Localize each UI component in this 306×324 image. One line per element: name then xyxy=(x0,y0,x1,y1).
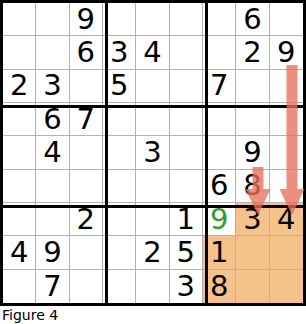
cell-r5c5: 3 xyxy=(136,136,169,169)
cell-r8c8 xyxy=(236,236,269,269)
cell-r4c9 xyxy=(270,103,303,136)
cell-r3c3 xyxy=(70,70,103,103)
cell-r1c2 xyxy=(36,3,69,36)
box-divider-horizontal-1 xyxy=(3,105,303,108)
cell-r6c9 xyxy=(270,170,303,203)
cell-r2c6 xyxy=(170,36,203,69)
cell-r7c1 xyxy=(3,203,36,236)
cell-r7c3: 2 xyxy=(70,203,103,236)
cell-r1c8: 6 xyxy=(236,3,269,36)
cell-r9c8 xyxy=(236,270,269,303)
cell-r3c8 xyxy=(236,70,269,103)
cell-r4c5 xyxy=(136,103,169,136)
cell-r8c9 xyxy=(270,236,303,269)
cell-r4c6 xyxy=(170,103,203,136)
cell-r5c4 xyxy=(103,136,136,169)
cell-r3c6 xyxy=(170,70,203,103)
figure-caption: Figure 4 xyxy=(2,306,58,324)
cell-r9c5 xyxy=(136,270,169,303)
cell-r3c9 xyxy=(270,70,303,103)
cell-r5c8: 9 xyxy=(236,136,269,169)
cell-r1c4 xyxy=(103,3,136,36)
cell-r6c6 xyxy=(170,170,203,203)
cell-r6c2 xyxy=(36,170,69,203)
cell-r2c5: 4 xyxy=(136,36,169,69)
cell-r1c5 xyxy=(136,3,169,36)
cell-r3c4: 5 xyxy=(103,70,136,103)
cell-r6c5 xyxy=(136,170,169,203)
cell-r2c7 xyxy=(203,36,236,69)
box-divider-vertical-2 xyxy=(205,3,208,303)
cell-r7c2 xyxy=(36,203,69,236)
cell-r1c7 xyxy=(203,3,236,36)
cell-r2c9: 9 xyxy=(270,36,303,69)
cell-r1c1 xyxy=(3,3,36,36)
cell-r1c3: 9 xyxy=(70,3,103,36)
cell-r3c5 xyxy=(136,70,169,103)
cell-r9c6: 3 xyxy=(170,270,203,303)
cell-r6c1 xyxy=(3,170,36,203)
cell-r5c1 xyxy=(3,136,36,169)
cell-r4c3: 7 xyxy=(70,103,103,136)
cell-r2c3: 6 xyxy=(70,36,103,69)
cell-r8c7: 1 xyxy=(203,236,236,269)
cell-r8c2: 9 xyxy=(36,236,69,269)
cell-r7c5 xyxy=(136,203,169,236)
cell-r9c1 xyxy=(3,270,36,303)
cell-r6c4 xyxy=(103,170,136,203)
cell-r3c2: 3 xyxy=(36,70,69,103)
cell-r4c8 xyxy=(236,103,269,136)
sudoku-board: 9663429235767439682193449251738 xyxy=(0,0,306,306)
cell-r9c2: 7 xyxy=(36,270,69,303)
cell-r4c1 xyxy=(3,103,36,136)
cell-r8c3 xyxy=(70,236,103,269)
cell-r5c7 xyxy=(203,136,236,169)
cell-r8c1: 4 xyxy=(3,236,36,269)
cell-r8c4 xyxy=(103,236,136,269)
cell-r8c6: 5 xyxy=(170,236,203,269)
cell-r1c9 xyxy=(270,3,303,36)
cell-r7c6: 1 xyxy=(170,203,203,236)
cell-r5c2: 4 xyxy=(36,136,69,169)
cell-r5c9 xyxy=(270,136,303,169)
cell-r3c7: 7 xyxy=(203,70,236,103)
cell-r4c7 xyxy=(203,103,236,136)
cell-r2c2 xyxy=(36,36,69,69)
cell-r5c3 xyxy=(70,136,103,169)
cell-r9c7: 8 xyxy=(203,270,236,303)
cell-r9c4 xyxy=(103,270,136,303)
cell-r6c8: 8 xyxy=(236,170,269,203)
cell-r6c7: 6 xyxy=(203,170,236,203)
cell-r7c7: 9 xyxy=(203,203,236,236)
cell-r8c5: 2 xyxy=(136,236,169,269)
cell-r7c8: 3 xyxy=(236,203,269,236)
cell-r7c9: 4 xyxy=(270,203,303,236)
box-divider-horizontal-2 xyxy=(3,205,303,208)
cell-r2c8: 2 xyxy=(236,36,269,69)
cell-r4c4 xyxy=(103,103,136,136)
box-divider-vertical-1 xyxy=(105,3,108,303)
cell-r9c3 xyxy=(70,270,103,303)
cell-r3c1: 2 xyxy=(3,70,36,103)
cell-r7c4 xyxy=(103,203,136,236)
cell-r9c9 xyxy=(270,270,303,303)
cell-r2c1 xyxy=(3,36,36,69)
cell-r4c2: 6 xyxy=(36,103,69,136)
cell-r6c3 xyxy=(70,170,103,203)
cell-r5c6 xyxy=(170,136,203,169)
cell-r2c4: 3 xyxy=(103,36,136,69)
cell-r1c6 xyxy=(170,3,203,36)
